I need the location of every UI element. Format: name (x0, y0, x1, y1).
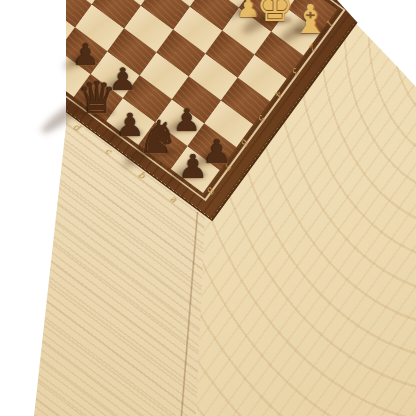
black-pawn-e7: ♟ (67, 40, 105, 70)
chess-box-photo: abcd87654321 ♟♟♛♟♞♟♟♟♟♚♝ (0, 0, 416, 416)
black-pawn-b7: ♟ (168, 105, 207, 136)
black-pawn-a7: ♟ (197, 135, 238, 168)
white-bishop-a2: ♝ (286, 0, 334, 39)
